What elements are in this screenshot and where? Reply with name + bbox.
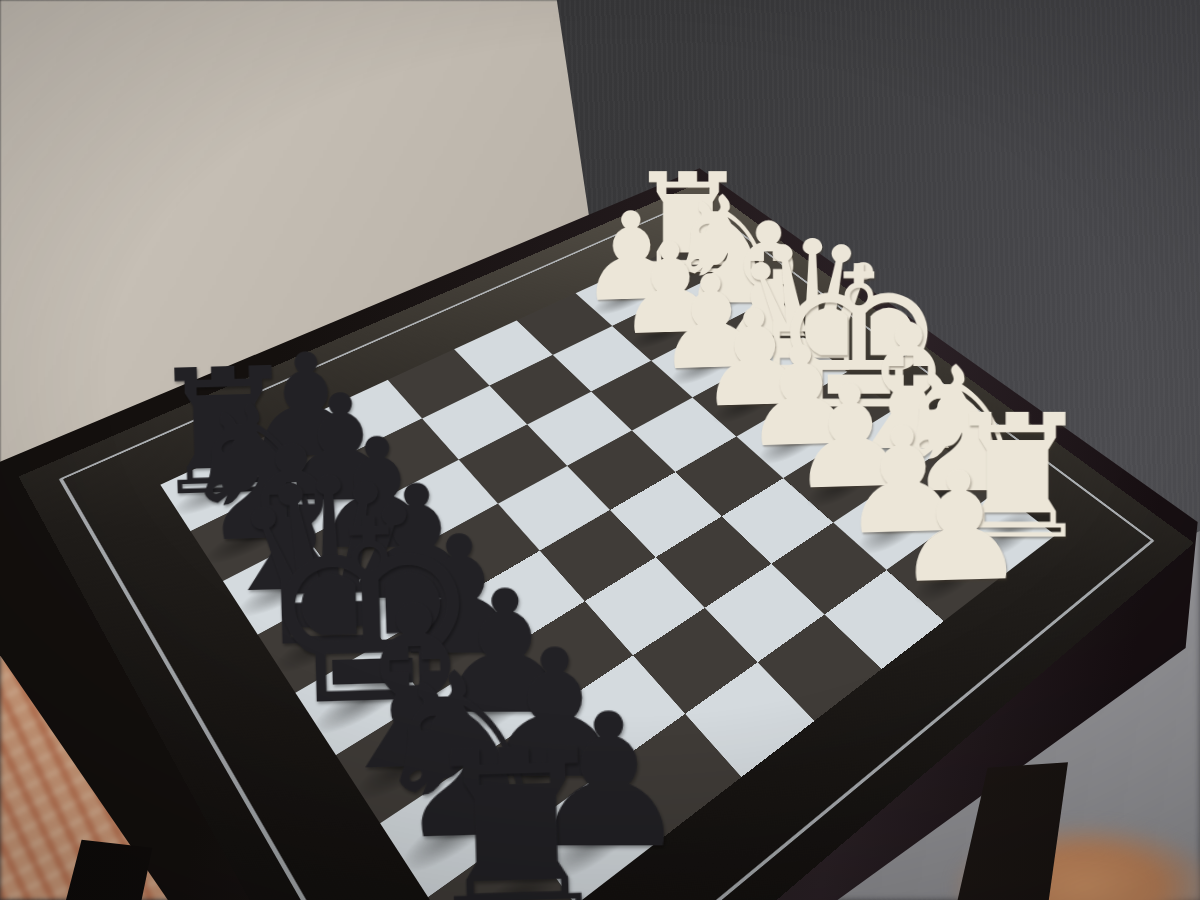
piece-black-rook[interactable]: ♜ xyxy=(353,739,678,900)
tabletop: ♜♟♟♜♞♟♟♞♝♟♟♝♛♟♟♛♚♟♟♚♝♟♟♝♞♟♟♞♜♟♟♜ xyxy=(19,182,1194,900)
scene: ♜♟♟♜♞♟♟♞♝♟♟♝♛♟♟♛♚♟♟♚♝♟♟♝♞♟♟♞♜♟♟♜ xyxy=(0,0,1200,900)
table-perspective: ♜♟♟♜♞♟♟♞♝♟♟♝♛♟♟♛♚♟♟♚♝♟♟♝♞♟♟♞♜♟♟♜ xyxy=(0,0,1200,900)
piece-white-pawn[interactable]: ♟ xyxy=(833,464,1086,592)
square-h8[interactable]: ♜ xyxy=(428,831,575,900)
